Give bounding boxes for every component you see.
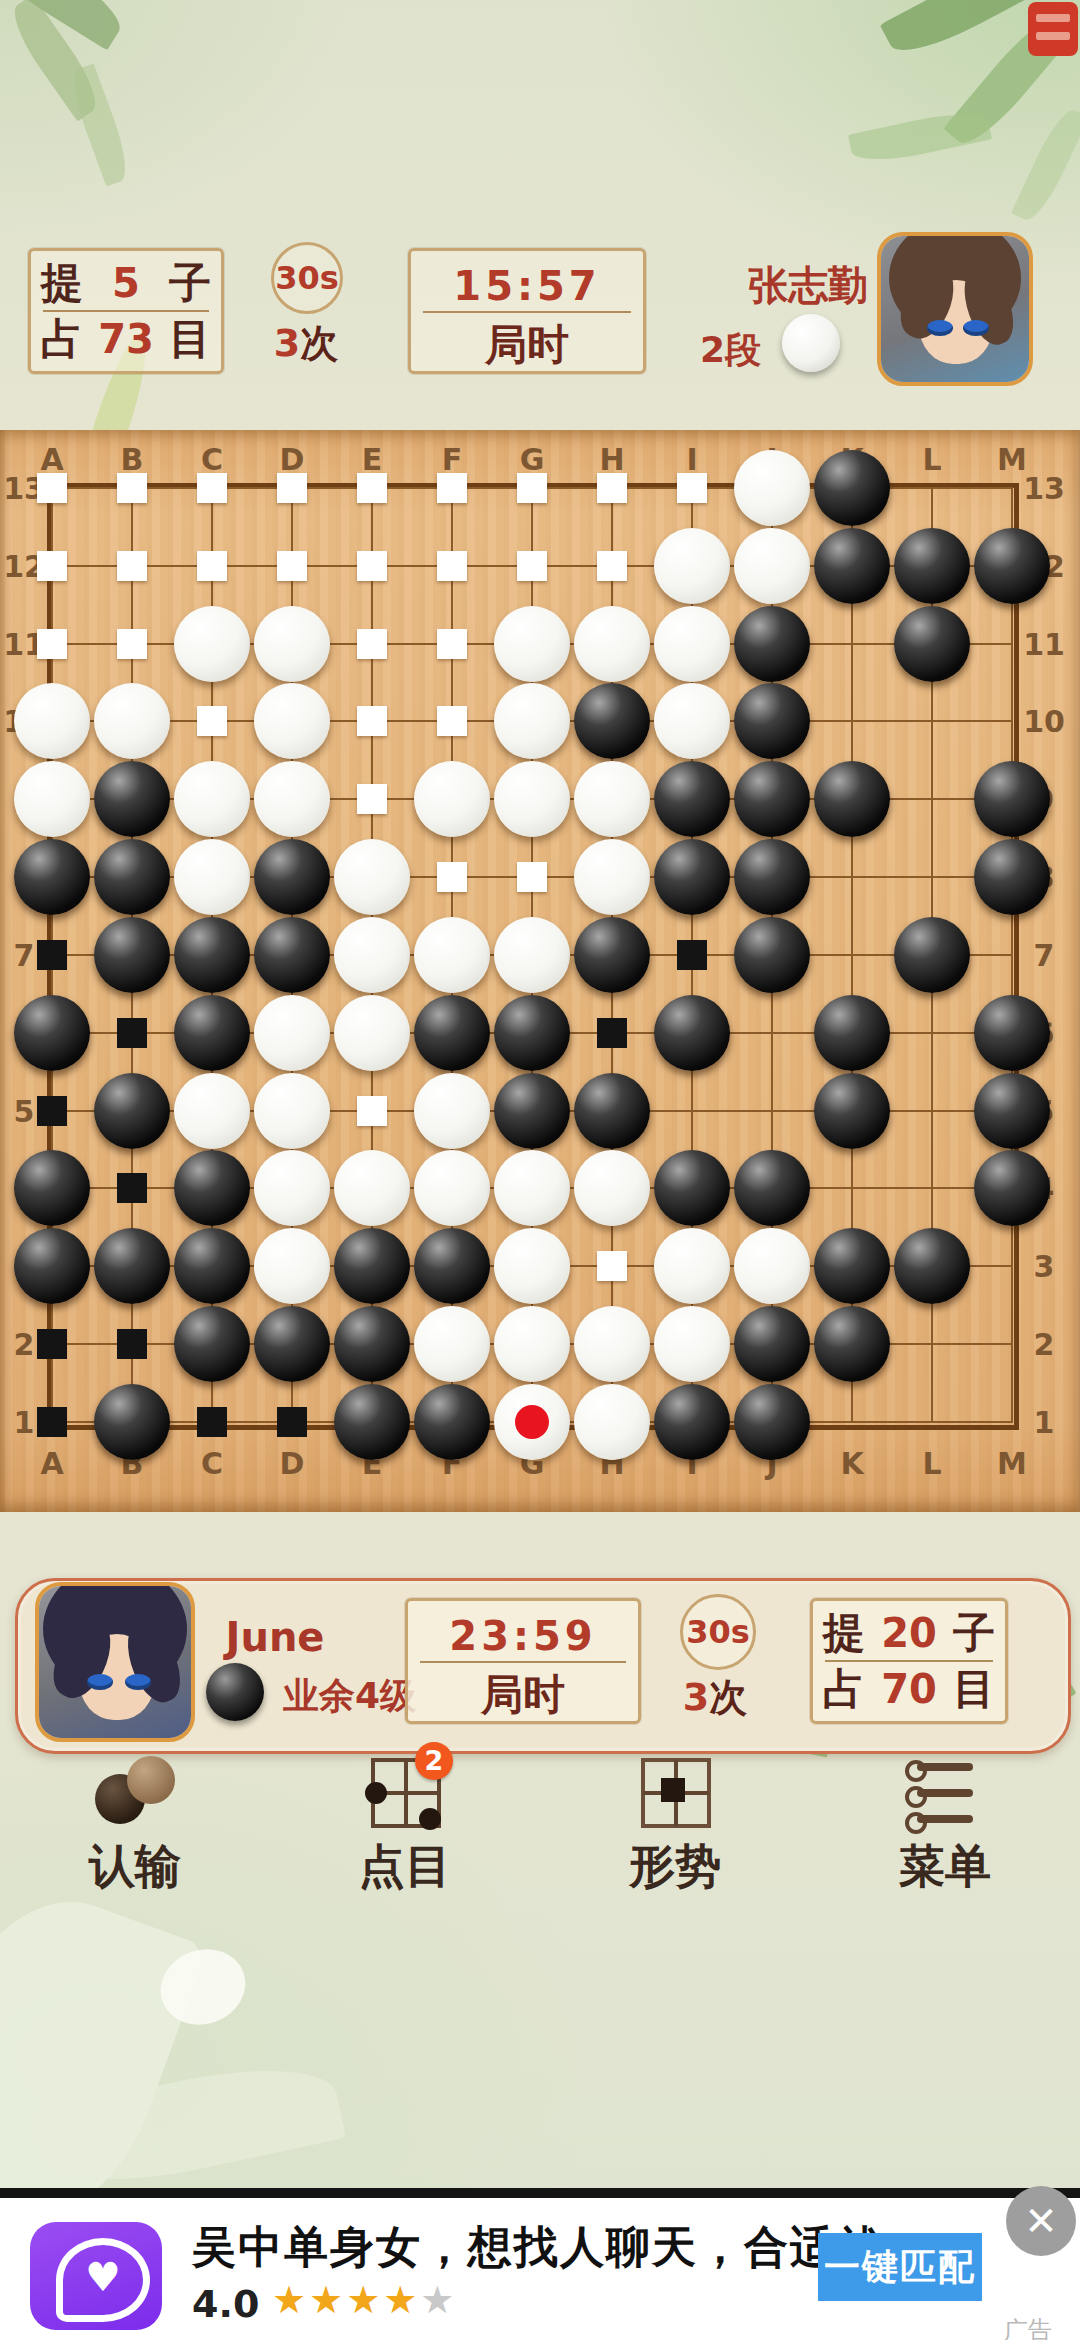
white-stone xyxy=(334,917,410,993)
black-stone xyxy=(974,1150,1050,1226)
white-stone xyxy=(414,1306,490,1382)
black-territory-marker xyxy=(677,940,707,970)
black-stone xyxy=(654,1384,730,1460)
black-stone xyxy=(894,528,970,604)
black-stone xyxy=(654,1150,730,1226)
white-stone xyxy=(734,450,810,526)
white-stone xyxy=(494,1228,570,1304)
ad-label: 广告 xyxy=(1004,2314,1052,2340)
board-coordinate: 11 xyxy=(1014,627,1074,662)
black-stone xyxy=(14,1228,90,1304)
black-stone xyxy=(174,995,250,1071)
black-territory-marker xyxy=(117,1173,147,1203)
white-territory-marker xyxy=(357,784,387,814)
star-icon: ★ xyxy=(420,2278,457,2322)
white-territory-marker xyxy=(357,473,387,503)
white-stone xyxy=(334,839,410,915)
white-stone xyxy=(734,1228,810,1304)
white-territory-marker xyxy=(277,551,307,581)
board-coordinate: K xyxy=(822,1446,882,1481)
black-stone xyxy=(254,917,330,993)
white-stone xyxy=(574,606,650,682)
menu-lines-icon xyxy=(903,1752,987,1832)
black-byoyomi-circle: 30s xyxy=(680,1594,756,1670)
black-stone xyxy=(734,1150,810,1226)
black-stone xyxy=(814,761,890,837)
black-stone xyxy=(734,606,810,682)
resign-button[interactable]: 认输 xyxy=(25,1752,245,1898)
black-stone xyxy=(14,839,90,915)
black-stone xyxy=(174,1228,250,1304)
black-territory-marker xyxy=(37,1329,67,1359)
white-stone xyxy=(254,1228,330,1304)
black-capture-box: 提 20 子 占 70 目 xyxy=(810,1598,1008,1724)
white-territory-marker xyxy=(197,706,227,736)
black-stone xyxy=(494,1073,570,1149)
board-coordinate: F xyxy=(422,442,482,477)
white-territory-marker xyxy=(357,551,387,581)
white-player-stone-icon xyxy=(782,314,840,372)
territory-suffix: 目 xyxy=(953,1661,995,1717)
black-stone xyxy=(334,1384,410,1460)
white-stone xyxy=(174,839,250,915)
ad-close-button[interactable]: ✕ xyxy=(1006,2186,1076,2256)
black-stone xyxy=(974,761,1050,837)
black-stone xyxy=(174,1150,250,1226)
white-territory-marker xyxy=(517,473,547,503)
bamboo-leaf-icon xyxy=(848,106,992,168)
white-stone xyxy=(494,1150,570,1226)
white-stone xyxy=(14,683,90,759)
white-territory-marker xyxy=(117,629,147,659)
white-stone xyxy=(654,606,730,682)
white-stone xyxy=(254,1073,330,1149)
black-stone xyxy=(734,1384,810,1460)
white-territory-marker xyxy=(357,706,387,736)
black-stone xyxy=(814,450,890,526)
white-stone xyxy=(574,761,650,837)
black-stone xyxy=(814,1073,890,1149)
black-stone xyxy=(974,1073,1050,1149)
white-territory-marker xyxy=(37,629,67,659)
bamboo-leaf-icon xyxy=(0,0,130,50)
black-stone xyxy=(574,683,650,759)
black-stone xyxy=(334,1228,410,1304)
white-territory-marker xyxy=(37,473,67,503)
white-territory-marker xyxy=(437,862,467,892)
black-stone xyxy=(94,1228,170,1304)
white-stone xyxy=(654,683,730,759)
white-stone xyxy=(574,1150,650,1226)
board-coordinate: 7 xyxy=(1014,938,1074,973)
black-stone xyxy=(814,1306,890,1382)
white-main-time: 15:57 xyxy=(411,263,643,309)
black-territory-marker xyxy=(117,1329,147,1359)
white-stone xyxy=(174,1073,250,1149)
byoyomi-time: 30s xyxy=(275,259,339,297)
capture-value: 5 xyxy=(112,260,140,306)
board-coordinate: A xyxy=(22,1446,82,1481)
count-badge: 2 xyxy=(415,1742,453,1780)
white-stone xyxy=(414,1073,490,1149)
white-territory-marker xyxy=(597,551,627,581)
white-main-time-label: 局时 xyxy=(411,317,643,373)
black-player-avatar[interactable] xyxy=(35,1582,195,1742)
black-player-rank: 业余4级 xyxy=(283,1672,416,1721)
white-stone xyxy=(334,1150,410,1226)
black-stone xyxy=(414,1228,490,1304)
black-stone xyxy=(574,1073,650,1149)
white-stone xyxy=(574,1384,650,1460)
black-main-time: 23:59 xyxy=(408,1613,638,1659)
black-territory-marker xyxy=(277,1407,307,1437)
black-stone xyxy=(14,1150,90,1226)
black-stone xyxy=(894,606,970,682)
count-grid-icon: 2 xyxy=(363,1752,447,1832)
white-stone xyxy=(654,1306,730,1382)
board-coordinate: M xyxy=(982,1446,1042,1481)
black-stone xyxy=(734,683,810,759)
board-coordinate: H xyxy=(582,442,642,477)
count-button[interactable]: 2 点目 xyxy=(295,1752,515,1898)
white-player-name: 张志勤 xyxy=(718,258,898,313)
white-territory-marker xyxy=(117,551,147,581)
white-stone xyxy=(414,917,490,993)
white-stone xyxy=(254,995,330,1071)
territory-value: 70 xyxy=(881,1666,937,1712)
black-territory-marker xyxy=(597,1018,627,1048)
capture-suffix: 子 xyxy=(953,1605,995,1661)
white-territory-marker xyxy=(517,551,547,581)
ad-top-strip xyxy=(0,2188,1080,2198)
two-stones-icon xyxy=(93,1752,177,1832)
black-stone xyxy=(654,995,730,1071)
black-territory-marker xyxy=(117,1018,147,1048)
black-stone xyxy=(174,917,250,993)
white-player-rank: 2段 xyxy=(700,326,761,375)
board-coordinate: 13 xyxy=(1014,471,1074,506)
territory-prefix: 占 xyxy=(823,1661,865,1717)
go-board[interactable]: AABBCCDDEEFFGGHHIIJJKKLLMM13131212111110… xyxy=(0,430,1080,1512)
white-stone xyxy=(254,683,330,759)
black-stone xyxy=(94,917,170,993)
last-move-marker xyxy=(515,1405,549,1439)
white-territory-marker xyxy=(437,473,467,503)
white-stone xyxy=(14,761,90,837)
black-stone xyxy=(14,995,90,1071)
territory-grid-icon xyxy=(633,1752,717,1832)
white-stone xyxy=(254,761,330,837)
white-territory-marker xyxy=(117,473,147,503)
situation-button[interactable]: 形势 xyxy=(565,1752,785,1898)
black-stone xyxy=(254,1306,330,1382)
black-byoyomi-periods: 3次 xyxy=(660,1672,770,1723)
white-stone xyxy=(734,528,810,604)
white-stone xyxy=(574,839,650,915)
white-byoyomi-circle: 30s xyxy=(271,242,343,314)
white-territory-marker xyxy=(437,551,467,581)
black-stone xyxy=(654,761,730,837)
ad-rating: 4.0 xyxy=(192,2282,259,2326)
star-icon: ★ xyxy=(346,2278,383,2322)
white-territory-marker xyxy=(277,473,307,503)
black-stone xyxy=(734,761,810,837)
white-territory-marker xyxy=(197,551,227,581)
star-icon: ★ xyxy=(272,2278,309,2322)
white-stone xyxy=(414,761,490,837)
board-coordinate: E xyxy=(342,442,402,477)
white-capture-box: 提 5 子 占 73 目 xyxy=(28,248,224,374)
white-stone xyxy=(94,683,170,759)
white-territory-marker xyxy=(357,629,387,659)
menu-button[interactable]: 菜单 xyxy=(835,1752,1055,1898)
white-stone xyxy=(334,995,410,1071)
territory-suffix: 目 xyxy=(169,311,211,367)
black-main-time-label: 局时 xyxy=(408,1667,638,1723)
black-stone xyxy=(174,1306,250,1382)
white-stone xyxy=(494,761,570,837)
white-territory-marker xyxy=(437,629,467,659)
black-stone xyxy=(974,995,1050,1071)
capture-value: 20 xyxy=(881,1610,937,1656)
white-stone-decor xyxy=(150,1938,256,2037)
white-stone xyxy=(654,1228,730,1304)
ad-cta-button[interactable]: 一键匹配 xyxy=(818,2233,982,2301)
black-stone xyxy=(94,839,170,915)
board-coordinate: G xyxy=(502,442,562,477)
white-stone xyxy=(654,528,730,604)
black-player-stone-icon xyxy=(206,1663,264,1721)
board-coordinate: D xyxy=(262,1446,322,1481)
capture-prefix: 提 xyxy=(823,1605,865,1661)
white-territory-marker xyxy=(597,473,627,503)
star-icon: ★ xyxy=(383,2278,420,2322)
white-territory-marker xyxy=(437,706,467,736)
black-main-timer-box: 23:59 局时 xyxy=(405,1598,641,1724)
white-territory-marker xyxy=(677,473,707,503)
pale-leaf-icon xyxy=(34,2050,346,2200)
black-stone xyxy=(814,1228,890,1304)
board-coordinate: L xyxy=(902,442,962,477)
white-stone xyxy=(494,1306,570,1382)
bamboo-leaf-icon xyxy=(1011,104,1080,225)
board-coordinate: C xyxy=(182,1446,242,1481)
white-stone xyxy=(254,606,330,682)
ad-app-icon[interactable]: ♥ xyxy=(30,2222,162,2330)
board-coordinate: I xyxy=(662,442,722,477)
black-stone xyxy=(894,1228,970,1304)
territory-value: 73 xyxy=(98,316,154,362)
bamboo-leaf-icon xyxy=(3,0,107,122)
white-stone xyxy=(254,1150,330,1226)
board-coordinate: 2 xyxy=(1014,1327,1074,1362)
board-coordinate: 3 xyxy=(1014,1249,1074,1284)
black-stone xyxy=(894,917,970,993)
board-coordinate: L xyxy=(902,1446,962,1481)
black-territory-marker xyxy=(37,1096,67,1126)
capture-suffix: 子 xyxy=(169,255,211,311)
white-player-avatar[interactable] xyxy=(877,232,1033,386)
black-stone xyxy=(654,839,730,915)
board-coordinate: D xyxy=(262,442,322,477)
white-stone xyxy=(494,606,570,682)
board-coordinate: C xyxy=(182,442,242,477)
white-byoyomi-periods: 3次 xyxy=(251,318,361,369)
white-territory-marker xyxy=(197,473,227,503)
black-stone xyxy=(94,1384,170,1460)
black-stone xyxy=(414,1384,490,1460)
black-stone xyxy=(814,528,890,604)
black-stone xyxy=(734,917,810,993)
white-territory-marker xyxy=(37,551,67,581)
white-stone xyxy=(574,1306,650,1382)
red-seal-stamp xyxy=(1028,2,1078,56)
territory-prefix: 占 xyxy=(41,311,83,367)
white-stone xyxy=(494,683,570,759)
black-player-name: June xyxy=(205,1614,345,1660)
white-territory-marker xyxy=(597,1251,627,1281)
black-stone xyxy=(974,528,1050,604)
capture-prefix: 提 xyxy=(41,255,83,311)
black-territory-marker xyxy=(37,1407,67,1437)
white-stone xyxy=(174,606,250,682)
black-stone xyxy=(334,1306,410,1382)
white-territory-marker xyxy=(357,1096,387,1126)
black-stone xyxy=(254,839,330,915)
black-stone xyxy=(494,995,570,1071)
black-stone xyxy=(574,917,650,993)
black-stone xyxy=(414,995,490,1071)
black-stone xyxy=(94,1073,170,1149)
app-screen: 提 5 子 占 73 目 30s 3次 15:57 局时 张志勤 2段 A xyxy=(0,0,1080,2340)
black-territory-marker xyxy=(197,1407,227,1437)
black-stone xyxy=(94,761,170,837)
board-coordinate: 10 xyxy=(1014,704,1074,739)
black-stone xyxy=(974,839,1050,915)
black-territory-marker xyxy=(37,940,67,970)
black-stone xyxy=(734,1306,810,1382)
white-territory-marker xyxy=(517,862,547,892)
white-stone xyxy=(174,761,250,837)
chat-heart-icon: ♥ xyxy=(56,2238,150,2322)
white-main-timer-box: 15:57 局时 xyxy=(408,248,646,374)
ad-stars: ★★★★★ xyxy=(272,2278,457,2322)
byoyomi-time: 30s xyxy=(686,1613,750,1651)
board-coordinate: 1 xyxy=(1014,1405,1074,1440)
black-stone xyxy=(734,839,810,915)
black-stone xyxy=(814,995,890,1071)
bamboo-leaf-icon xyxy=(65,63,134,186)
star-icon: ★ xyxy=(309,2278,346,2322)
white-stone xyxy=(494,917,570,993)
board-coordinate: B xyxy=(102,442,162,477)
white-stone xyxy=(414,1150,490,1226)
